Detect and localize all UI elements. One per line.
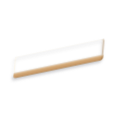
wooden-pit-board <box>13 38 104 78</box>
photo-background <box>0 0 120 120</box>
